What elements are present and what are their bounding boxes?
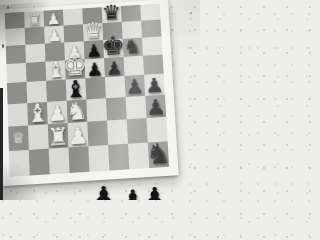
square-h4[interactable]: ♟ bbox=[144, 74, 165, 96]
square-b1[interactable] bbox=[29, 149, 50, 176]
square-b3[interactable]: ♝ bbox=[27, 102, 48, 126]
square-a4[interactable] bbox=[7, 82, 27, 104]
square-g5[interactable] bbox=[124, 56, 145, 76]
square-c1[interactable] bbox=[49, 147, 70, 174]
captured-black-pawn-3[interactable]: ♟ bbox=[143, 184, 166, 200]
photo-of-chessboard: { "game": "chess", "position": { "fen": … bbox=[0, 0, 200, 200]
square-a5[interactable] bbox=[6, 63, 26, 83]
square-a8[interactable] bbox=[5, 12, 25, 29]
piece-black-knight-g6[interactable]: ♞ bbox=[123, 37, 142, 58]
piece-white-pawn-d2[interactable]: ♟ bbox=[67, 124, 89, 149]
square-e3[interactable] bbox=[86, 98, 107, 121]
square-h1[interactable]: ♞ bbox=[148, 141, 169, 168]
square-a6[interactable] bbox=[6, 45, 26, 64]
square-a2[interactable]: ♕ bbox=[8, 125, 29, 151]
square-b2[interactable] bbox=[28, 124, 49, 150]
square-c4[interactable] bbox=[46, 80, 66, 102]
piece-black-pawn-h3[interactable]: ♟ bbox=[145, 97, 166, 119]
square-d2[interactable]: ♟ bbox=[68, 122, 89, 148]
square-g8[interactable] bbox=[121, 5, 141, 22]
square-h5[interactable] bbox=[143, 54, 164, 74]
square-f6[interactable]: ♚ bbox=[103, 39, 123, 58]
square-f5[interactable]: ♟ bbox=[104, 57, 124, 77]
piece-black-queen-f8[interactable]: ♛ bbox=[102, 2, 122, 24]
square-d7[interactable] bbox=[64, 24, 84, 42]
piece-black-pawn-h4[interactable]: ♟ bbox=[145, 75, 165, 96]
square-c8[interactable]: ♟ bbox=[44, 10, 64, 27]
square-c2[interactable]: ♜ bbox=[48, 123, 69, 149]
piece-black-king-f6[interactable]: ♚ bbox=[101, 32, 126, 59]
piece-black-knight-h1[interactable]: ♞ bbox=[145, 139, 172, 169]
square-a7[interactable] bbox=[5, 28, 25, 46]
captured-black-pawn-1[interactable]: ♟ bbox=[92, 183, 115, 200]
square-f3[interactable] bbox=[106, 97, 127, 120]
square-f2[interactable] bbox=[107, 119, 128, 145]
piece-black-pawn-f5[interactable]: ♟ bbox=[106, 59, 124, 78]
square-g4[interactable]: ♟ bbox=[125, 75, 146, 97]
table-edge-shadow bbox=[0, 88, 3, 200]
photo-speck bbox=[2, 44, 4, 48]
square-e1[interactable] bbox=[88, 145, 109, 172]
square-f8[interactable]: ♛ bbox=[102, 6, 122, 23]
square-f1[interactable] bbox=[108, 144, 129, 171]
square-h8[interactable] bbox=[140, 4, 160, 21]
piece-white-knight-d3[interactable]: ♞ bbox=[65, 98, 88, 124]
board-logo-crown-icon: ♕ bbox=[12, 130, 26, 145]
square-b6[interactable] bbox=[25, 44, 45, 63]
square-f4[interactable] bbox=[105, 76, 126, 98]
square-a1[interactable] bbox=[9, 150, 30, 177]
square-h7[interactable] bbox=[141, 20, 161, 38]
square-h6[interactable] bbox=[142, 37, 162, 56]
board-grid: ♜♟♛♟♛♟♟♚♞♝♚♟♟♝♟♟♝♟♞♟♕♜♟♞ bbox=[0, 0, 179, 186]
photo-speck bbox=[190, 12, 192, 14]
square-d8[interactable] bbox=[63, 8, 83, 25]
square-d3[interactable]: ♞ bbox=[67, 99, 88, 122]
square-g3[interactable] bbox=[126, 96, 147, 119]
square-e2[interactable] bbox=[87, 121, 108, 147]
square-c7[interactable]: ♟ bbox=[44, 25, 64, 43]
square-c3[interactable]: ♟ bbox=[47, 101, 68, 125]
square-b7[interactable] bbox=[25, 27, 45, 45]
square-b5[interactable] bbox=[26, 62, 46, 82]
square-g6[interactable]: ♞ bbox=[123, 38, 143, 57]
captured-black-pawn-2[interactable]: ♟ bbox=[122, 187, 144, 200]
square-e4[interactable] bbox=[85, 77, 106, 99]
square-e5[interactable]: ♟ bbox=[85, 58, 105, 78]
square-h3[interactable]: ♟ bbox=[145, 95, 166, 118]
square-b8[interactable]: ♜ bbox=[24, 11, 44, 28]
photo-speck bbox=[7, 6, 9, 9]
square-d1[interactable] bbox=[69, 146, 90, 173]
piece-black-pawn-g4[interactable]: ♟ bbox=[125, 77, 145, 98]
chessboard: CHESS ♜♟♛♟♛♟♟♚♞♝♚♟♟♝♟♟♝♟♞♟♕♜♟♞ bbox=[0, 0, 179, 186]
